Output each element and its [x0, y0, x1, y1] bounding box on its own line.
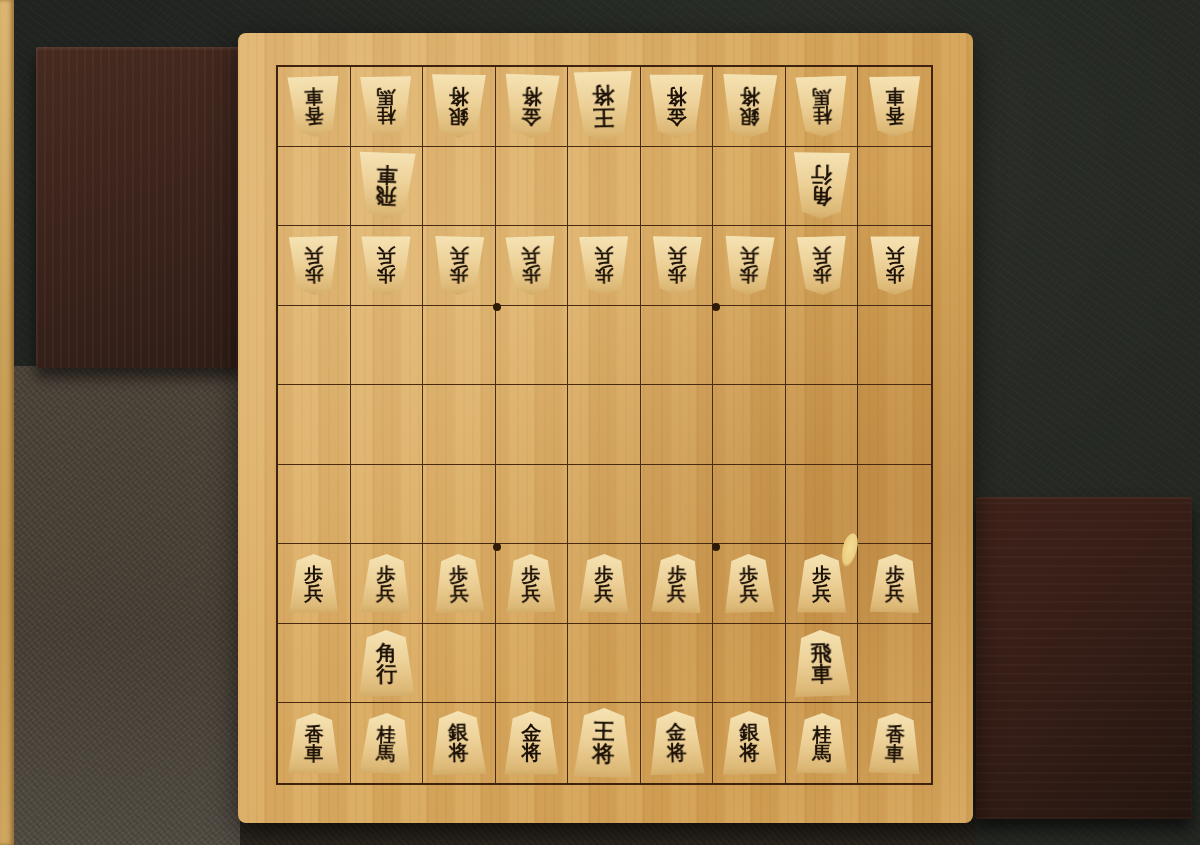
- gote-pawn-piece[interactable]: 歩兵: [870, 236, 920, 295]
- sente-lance-piece[interactable]: 香車: [868, 712, 922, 775]
- piece-kanji: 銀: [449, 106, 469, 126]
- cell-9-3[interactable]: 歩兵: [278, 226, 351, 306]
- cell-1-1[interactable]: 香車: [858, 67, 931, 147]
- piece-kanji: 桂: [812, 106, 832, 125]
- gote-gold-general-piece[interactable]: 金将: [503, 73, 560, 139]
- cell-2-3[interactable]: 歩兵: [786, 226, 859, 306]
- cell-7-1[interactable]: 銀将: [423, 67, 496, 147]
- piece-kanji: 兵: [885, 247, 904, 266]
- piece-kanji: 将: [739, 743, 759, 763]
- gote-pawn-piece[interactable]: 歩兵: [796, 235, 847, 295]
- cell-2-9[interactable]: 桂馬: [786, 703, 859, 783]
- cell-4-5[interactable]: [641, 385, 714, 465]
- cell-7-9[interactable]: 銀将: [423, 703, 496, 783]
- cell-4-8[interactable]: [641, 624, 714, 704]
- sente-lance-piece[interactable]: 香車: [287, 712, 340, 774]
- cell-3-7[interactable]: 歩兵: [713, 544, 786, 624]
- cell-3-3[interactable]: 歩兵: [713, 226, 786, 306]
- cell-1-5[interactable]: [858, 385, 931, 465]
- gote-king-piece[interactable]: 王将: [574, 71, 635, 142]
- cell-4-3[interactable]: 歩兵: [641, 226, 714, 306]
- sente-bishop-piece[interactable]: 角行: [357, 629, 415, 697]
- cell-7-2[interactable]: [423, 147, 496, 227]
- cell-5-9[interactable]: 王将: [568, 703, 641, 783]
- piece-kanji: 将: [521, 743, 541, 763]
- piece-kanji: 王: [593, 106, 616, 128]
- piece-kanji: 馬: [812, 743, 831, 762]
- gote-bishop-piece[interactable]: 角行: [793, 152, 851, 220]
- piece-kanji: 歩: [667, 265, 686, 284]
- piece-kanji: 兵: [304, 584, 323, 603]
- piece-kanji: 馬: [376, 743, 396, 762]
- piece-kanji: 歩: [812, 265, 831, 284]
- cell-6-2[interactable]: [496, 147, 569, 227]
- piece-kanji: 車: [304, 87, 324, 106]
- piece-kanji: 兵: [667, 247, 686, 266]
- piece-kanji: 行: [811, 165, 832, 186]
- gote-pawn-piece[interactable]: 歩兵: [361, 236, 411, 295]
- piece-kanji: 歩: [304, 265, 323, 284]
- piece-kanji: 兵: [377, 247, 396, 266]
- cell-3-4[interactable]: [713, 306, 786, 386]
- piece-kanji: 兵: [740, 246, 760, 265]
- piece-kanji: 将: [667, 743, 688, 763]
- cell-6-7[interactable]: 歩兵: [496, 544, 569, 624]
- cell-9-9[interactable]: 香車: [278, 703, 351, 783]
- cell-1-4[interactable]: [858, 306, 931, 386]
- cell-8-2[interactable]: 飛車: [351, 147, 424, 227]
- cell-3-8[interactable]: [713, 624, 786, 704]
- cell-8-7[interactable]: 歩兵: [351, 544, 424, 624]
- piece-kanji: 兵: [449, 583, 469, 602]
- piece-kanji: 香: [885, 724, 905, 743]
- piece-kanji: 兵: [449, 247, 468, 266]
- piece-kanji: 将: [667, 87, 687, 107]
- cell-6-9[interactable]: 金将: [496, 703, 569, 783]
- cell-9-6[interactable]: [278, 465, 351, 545]
- piece-kanji: 歩: [739, 265, 759, 284]
- piece-kanji: 桂: [377, 106, 396, 125]
- cell-8-5[interactable]: [351, 385, 424, 465]
- cell-8-4[interactable]: [351, 306, 424, 386]
- cell-5-8[interactable]: [568, 624, 641, 704]
- gote-pawn-piece[interactable]: 歩兵: [288, 235, 339, 295]
- piece-kanji: 将: [449, 743, 469, 763]
- gote-lance-piece[interactable]: 香車: [868, 75, 921, 137]
- piece-kanji: 兵: [885, 583, 904, 602]
- gote-pawn-piece[interactable]: 歩兵: [433, 235, 484, 295]
- cell-1-3[interactable]: 歩兵: [858, 226, 931, 306]
- piece-kanji: 兵: [594, 247, 613, 266]
- piece-kanji: 将: [449, 87, 469, 107]
- cell-2-6[interactable]: [786, 465, 859, 545]
- piece-kanji: 車: [304, 743, 323, 762]
- piece-kanji: 歩: [449, 265, 468, 284]
- cell-4-6[interactable]: [641, 465, 714, 545]
- piece-kanji: 歩: [594, 265, 613, 284]
- cell-6-1[interactable]: 金将: [496, 67, 569, 147]
- cell-9-1[interactable]: 香車: [278, 67, 351, 147]
- cell-1-7[interactable]: 歩兵: [858, 544, 931, 624]
- cell-4-4[interactable]: [641, 306, 714, 386]
- piece-kanji: 兵: [666, 583, 686, 602]
- cell-3-6[interactable]: [713, 465, 786, 545]
- piece-kanji: 兵: [812, 247, 831, 266]
- cell-2-1[interactable]: 桂馬: [786, 67, 859, 147]
- hoshi-dot: [493, 303, 501, 311]
- piece-kanji: 香: [885, 106, 904, 125]
- sente-pawn-piece[interactable]: 歩兵: [361, 553, 412, 613]
- cell-9-2[interactable]: [278, 147, 351, 227]
- sente-pawn-piece[interactable]: 歩兵: [869, 553, 920, 613]
- wood-floor-strip: [0, 0, 14, 845]
- sente-pawn-piece[interactable]: 歩兵: [723, 553, 774, 613]
- piece-kanji: 香: [304, 106, 324, 125]
- cell-2-5[interactable]: [786, 385, 859, 465]
- sente-gold-general-piece[interactable]: 金将: [648, 710, 705, 776]
- cell-5-6[interactable]: [568, 465, 641, 545]
- cell-6-8[interactable]: [496, 624, 569, 704]
- cell-8-1[interactable]: 桂馬: [351, 67, 424, 147]
- cell-8-8[interactable]: 角行: [351, 624, 424, 704]
- cell-1-6[interactable]: [858, 465, 931, 545]
- piece-kanji: 兵: [812, 584, 831, 603]
- gote-silver-general-piece[interactable]: 銀将: [721, 74, 778, 139]
- gote-pawn-piece[interactable]: 歩兵: [579, 236, 630, 296]
- piece-kanji: 将: [592, 84, 615, 106]
- piece-kanji: 香: [304, 724, 323, 743]
- sente-pawn-piece[interactable]: 歩兵: [506, 554, 557, 614]
- piece-box-lid-right: [976, 497, 1192, 819]
- piece-kanji: 兵: [740, 583, 759, 602]
- piece-kanji: 兵: [521, 246, 541, 265]
- sente-knight-piece[interactable]: 桂馬: [359, 712, 413, 775]
- cell-9-8[interactable]: [278, 624, 351, 704]
- cell-7-4[interactable]: [423, 306, 496, 386]
- cell-1-9[interactable]: 香車: [858, 703, 931, 783]
- piece-kanji: 兵: [522, 583, 541, 602]
- board-grid: 香車桂馬銀将金将王将金将銀将桂馬香車飛車角行歩兵歩兵歩兵歩兵歩兵歩兵歩兵歩兵歩兵…: [276, 65, 933, 785]
- gote-knight-piece[interactable]: 桂馬: [360, 75, 413, 137]
- gote-knight-piece[interactable]: 桂馬: [795, 75, 849, 138]
- piece-kanji: 兵: [594, 583, 613, 602]
- hoshi-dot: [712, 543, 720, 551]
- cell-9-7[interactable]: 歩兵: [278, 544, 351, 624]
- cell-7-7[interactable]: 歩兵: [423, 544, 496, 624]
- hoshi-dot: [712, 303, 720, 311]
- cell-6-6[interactable]: [496, 465, 569, 545]
- cell-9-5[interactable]: [278, 385, 351, 465]
- cell-8-3[interactable]: 歩兵: [351, 226, 424, 306]
- gote-pawn-piece[interactable]: 歩兵: [723, 235, 775, 296]
- piece-kanji: 車: [376, 165, 398, 186]
- piece-kanji: 角: [811, 186, 832, 207]
- piece-kanji: 馬: [377, 88, 396, 107]
- carpet-surface-left: [14, 366, 240, 845]
- sente-rook-piece[interactable]: 飛車: [792, 629, 851, 698]
- piece-kanji: 歩: [522, 565, 541, 584]
- cell-7-5[interactable]: [423, 385, 496, 465]
- cell-5-3[interactable]: 歩兵: [568, 226, 641, 306]
- gote-silver-general-piece[interactable]: 銀将: [431, 74, 487, 139]
- sente-pawn-piece[interactable]: 歩兵: [650, 553, 702, 614]
- cell-5-4[interactable]: [568, 306, 641, 386]
- piece-kanji: 車: [885, 88, 904, 107]
- cell-5-1[interactable]: 王将: [568, 67, 641, 147]
- gote-pawn-piece[interactable]: 歩兵: [651, 236, 702, 296]
- cell-2-4[interactable]: [786, 306, 859, 386]
- sente-king-piece[interactable]: 王将: [574, 708, 635, 779]
- piece-kanji: 桂: [377, 724, 397, 743]
- piece-kanji: 将: [592, 743, 615, 765]
- sente-gold-general-piece[interactable]: 金将: [504, 711, 559, 775]
- cell-2-8[interactable]: 飛車: [786, 624, 859, 704]
- cell-6-4[interactable]: [496, 306, 569, 386]
- sente-pawn-piece[interactable]: 歩兵: [579, 554, 630, 614]
- cell-2-2[interactable]: 角行: [786, 147, 859, 227]
- cell-1-2[interactable]: [858, 147, 931, 227]
- piece-kanji: 金: [667, 106, 687, 126]
- piece-kanji: 歩: [522, 265, 542, 284]
- piece-kanji: 兵: [376, 583, 395, 602]
- cell-5-7[interactable]: 歩兵: [568, 544, 641, 624]
- cell-7-8[interactable]: [423, 624, 496, 704]
- sente-pawn-piece[interactable]: 歩兵: [433, 553, 485, 614]
- cell-4-2[interactable]: [641, 147, 714, 227]
- tabletop-scene: 香車桂馬銀将金将王将金将銀将桂馬香車飛車角行歩兵歩兵歩兵歩兵歩兵歩兵歩兵歩兵歩兵…: [0, 0, 1200, 845]
- piece-kanji: 将: [739, 86, 759, 106]
- cell-3-1[interactable]: 銀将: [713, 67, 786, 147]
- piece-kanji: 歩: [304, 565, 323, 584]
- cell-7-3[interactable]: 歩兵: [423, 226, 496, 306]
- gote-rook-piece[interactable]: 飛車: [357, 151, 416, 220]
- cell-4-1[interactable]: 金将: [641, 67, 714, 147]
- cell-8-6[interactable]: [351, 465, 424, 545]
- cell-3-2[interactable]: [713, 147, 786, 227]
- piece-kanji: 車: [811, 663, 833, 684]
- cell-1-8[interactable]: [858, 624, 931, 704]
- piece-kanji: 歩: [812, 565, 831, 584]
- piece-kanji: 歩: [594, 565, 613, 584]
- cell-8-9[interactable]: 桂馬: [351, 703, 424, 783]
- piece-kanji: 将: [521, 86, 542, 106]
- cell-5-5[interactable]: [568, 385, 641, 465]
- gote-pawn-piece[interactable]: 歩兵: [505, 235, 557, 296]
- cell-9-4[interactable]: [278, 306, 351, 386]
- cell-4-9[interactable]: 金将: [641, 703, 714, 783]
- shogi-board[interactable]: 香車桂馬銀将金将王将金将銀将桂馬香車飛車角行歩兵歩兵歩兵歩兵歩兵歩兵歩兵歩兵歩兵…: [238, 33, 973, 823]
- cell-6-5[interactable]: [496, 385, 569, 465]
- sente-silver-general-piece[interactable]: 銀将: [721, 711, 777, 776]
- hoshi-dot: [493, 543, 501, 551]
- piece-kanji: 行: [376, 663, 397, 684]
- piece-kanji: 馬: [811, 87, 831, 106]
- piece-kanji: 車: [885, 743, 905, 762]
- sente-pawn-piece[interactable]: 歩兵: [289, 554, 339, 613]
- piece-kanji: 兵: [304, 247, 323, 266]
- gote-gold-general-piece[interactable]: 金将: [649, 74, 704, 138]
- cell-6-3[interactable]: 歩兵: [496, 226, 569, 306]
- gote-lance-piece[interactable]: 香車: [287, 75, 341, 138]
- cell-5-2[interactable]: [568, 147, 641, 227]
- piece-kanji: 歩: [885, 265, 904, 284]
- sente-pawn-piece[interactable]: 歩兵: [797, 554, 847, 613]
- piece-kanji: 桂: [812, 724, 831, 743]
- piece-box-lid-left: [36, 47, 242, 368]
- cell-3-5[interactable]: [713, 385, 786, 465]
- cell-3-9[interactable]: 銀将: [713, 703, 786, 783]
- sente-silver-general-piece[interactable]: 銀将: [431, 711, 488, 776]
- cell-7-6[interactable]: [423, 465, 496, 545]
- cell-4-7[interactable]: 歩兵: [641, 544, 714, 624]
- sente-knight-piece[interactable]: 桂馬: [795, 712, 848, 774]
- piece-kanji: 飛: [375, 185, 397, 206]
- piece-kanji: 歩: [377, 265, 396, 284]
